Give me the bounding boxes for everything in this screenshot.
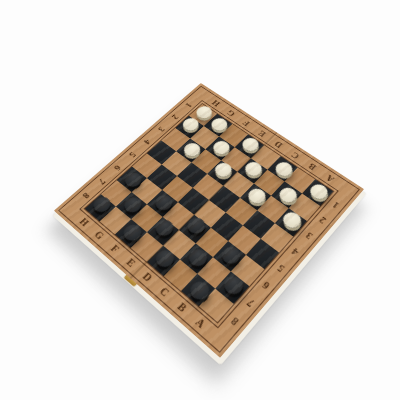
file-label-near-E: E bbox=[116, 250, 144, 276]
black-piece-e7 bbox=[152, 217, 177, 239]
square-a4 bbox=[261, 223, 293, 252]
square-d7 bbox=[163, 230, 195, 260]
board-3d: HGFEDCBAHGFEDCBA1234567812345678 bbox=[54, 83, 364, 358]
square-c5 bbox=[211, 213, 243, 242]
square-b3 bbox=[257, 196, 289, 224]
black-piece-b6 bbox=[218, 244, 243, 267]
square-c6 bbox=[196, 228, 228, 257]
square-a8 bbox=[199, 289, 234, 323]
black-piece-c7 bbox=[185, 246, 210, 269]
file-label-near-C: C bbox=[149, 278, 179, 306]
black-piece-d6 bbox=[184, 215, 209, 237]
square-e7 bbox=[147, 217, 179, 246]
board-tilt: HGFEDCBAHGFEDCBA1234567812345678 bbox=[94, 107, 339, 315]
square-b8 bbox=[181, 274, 215, 306]
rank-label-right-6: 6 bbox=[251, 271, 281, 299]
square-b6 bbox=[213, 241, 246, 271]
square-f8 bbox=[115, 219, 147, 248]
square-d6 bbox=[179, 215, 211, 244]
file-label-near-F: F bbox=[101, 237, 129, 262]
square-a5 bbox=[246, 239, 279, 269]
square-e6 bbox=[163, 202, 195, 230]
black-piece-f8 bbox=[120, 222, 145, 244]
square-f7 bbox=[131, 204, 163, 232]
square-b5 bbox=[228, 225, 260, 254]
square-d5 bbox=[194, 200, 226, 228]
rank-label-right-4: 4 bbox=[281, 239, 310, 265]
square-c8 bbox=[164, 259, 198, 290]
square-a3 bbox=[275, 208, 307, 236]
square-a2 bbox=[289, 193, 321, 221]
game-board: HGFEDCBAHGFEDCBA1234567812345678 bbox=[54, 83, 364, 358]
black-piece-a7 bbox=[220, 273, 246, 298]
board-perspective-wrapper: HGFEDCBAHGFEDCBA1234567812345678 bbox=[92, 83, 327, 318]
file-label-near-D: D bbox=[133, 264, 162, 291]
square-g8 bbox=[100, 207, 132, 235]
rank-label-right-3: 3 bbox=[295, 223, 324, 248]
square-e8 bbox=[131, 232, 163, 262]
playing-field bbox=[85, 104, 333, 322]
square-b4 bbox=[243, 210, 275, 238]
white-piece-a3 bbox=[280, 209, 305, 231]
square-c7 bbox=[180, 243, 213, 273]
board-photo-scene: HGFEDCBAHGFEDCBA1234567812345678 bbox=[0, 0, 400, 400]
square-a7 bbox=[215, 271, 249, 303]
square-a6 bbox=[231, 255, 265, 286]
black-piece-d8 bbox=[152, 247, 177, 270]
square-b7 bbox=[197, 257, 231, 288]
square-c4 bbox=[226, 198, 258, 226]
square-d8 bbox=[147, 246, 180, 277]
rank-label-right-5: 5 bbox=[266, 255, 296, 282]
black-piece-b8 bbox=[187, 278, 213, 303]
